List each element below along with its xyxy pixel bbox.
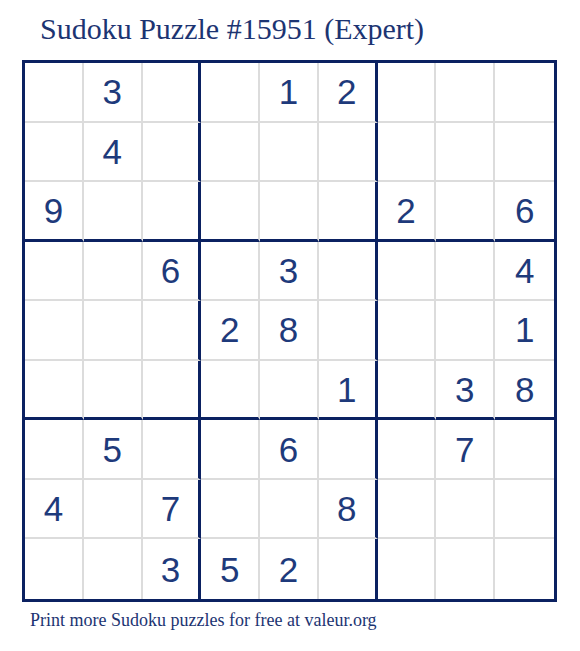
cell-r6c7[interactable]: [378, 361, 437, 421]
cell-r7c9[interactable]: [495, 420, 554, 480]
cell-r8c9[interactable]: [495, 480, 554, 540]
cell-r7c8[interactable]: 7: [436, 420, 495, 480]
cell-r5c7[interactable]: [378, 301, 437, 361]
cell-r8c6[interactable]: 8: [319, 480, 378, 540]
cell-r3c6[interactable]: [319, 182, 378, 242]
cell-r2c8[interactable]: [436, 123, 495, 183]
cell-r5c1[interactable]: [25, 301, 84, 361]
cell-r9c8[interactable]: [436, 539, 495, 599]
cell-r4c6[interactable]: [319, 242, 378, 302]
cell-r6c6[interactable]: 1: [319, 361, 378, 421]
cell-r5c2[interactable]: [84, 301, 143, 361]
cell-r6c1[interactable]: [25, 361, 84, 421]
cell-r8c2[interactable]: [84, 480, 143, 540]
cell-r6c3[interactable]: [143, 361, 202, 421]
cell-r4c9[interactable]: 4: [495, 242, 554, 302]
cell-r3c8[interactable]: [436, 182, 495, 242]
cell-r4c2[interactable]: [84, 242, 143, 302]
cell-r6c9[interactable]: 8: [495, 361, 554, 421]
cell-r4c5[interactable]: 3: [260, 242, 319, 302]
cell-r8c7[interactable]: [378, 480, 437, 540]
cell-r8c1[interactable]: 4: [25, 480, 84, 540]
cell-r3c1[interactable]: 9: [25, 182, 84, 242]
cell-r1c5[interactable]: 1: [260, 63, 319, 123]
cell-r4c1[interactable]: [25, 242, 84, 302]
cell-r5c4[interactable]: 2: [201, 301, 260, 361]
cell-r3c5[interactable]: [260, 182, 319, 242]
cell-r1c8[interactable]: [436, 63, 495, 123]
sudoku-board: 3124926634281138567478352: [22, 60, 557, 602]
cell-r2c7[interactable]: [378, 123, 437, 183]
cell-r6c8[interactable]: 3: [436, 361, 495, 421]
cell-r2c2[interactable]: 4: [84, 123, 143, 183]
cell-r5c9[interactable]: 1: [495, 301, 554, 361]
cell-r9c1[interactable]: [25, 539, 84, 599]
cell-r7c5[interactable]: 6: [260, 420, 319, 480]
cell-r6c5[interactable]: [260, 361, 319, 421]
cell-r3c3[interactable]: [143, 182, 202, 242]
cell-r5c5[interactable]: 8: [260, 301, 319, 361]
cell-r1c7[interactable]: [378, 63, 437, 123]
cell-r6c4[interactable]: [201, 361, 260, 421]
cell-r9c4[interactable]: 5: [201, 539, 260, 599]
cell-r4c8[interactable]: [436, 242, 495, 302]
cell-r7c6[interactable]: [319, 420, 378, 480]
cell-r3c4[interactable]: [201, 182, 260, 242]
cell-r9c9[interactable]: [495, 539, 554, 599]
cell-r2c5[interactable]: [260, 123, 319, 183]
page: Sudoku Puzzle #15951 (Expert) 3124926634…: [0, 0, 580, 651]
cell-r7c3[interactable]: [143, 420, 202, 480]
cell-r1c6[interactable]: 2: [319, 63, 378, 123]
cell-r1c1[interactable]: [25, 63, 84, 123]
cell-r2c6[interactable]: [319, 123, 378, 183]
cell-r9c3[interactable]: 3: [143, 539, 202, 599]
cell-r8c3[interactable]: 7: [143, 480, 202, 540]
cell-r2c3[interactable]: [143, 123, 202, 183]
cell-r1c4[interactable]: [201, 63, 260, 123]
cell-r5c6[interactable]: [319, 301, 378, 361]
cell-r4c7[interactable]: [378, 242, 437, 302]
cell-r5c3[interactable]: [143, 301, 202, 361]
cell-r1c3[interactable]: [143, 63, 202, 123]
cell-r6c2[interactable]: [84, 361, 143, 421]
cell-r7c2[interactable]: 5: [84, 420, 143, 480]
cell-r7c4[interactable]: [201, 420, 260, 480]
cell-r3c7[interactable]: 2: [378, 182, 437, 242]
cell-r4c4[interactable]: [201, 242, 260, 302]
footer-text: Print more Sudoku puzzles for free at va…: [30, 610, 377, 631]
cell-r1c9[interactable]: [495, 63, 554, 123]
cell-r1c2[interactable]: 3: [84, 63, 143, 123]
cell-r5c8[interactable]: [436, 301, 495, 361]
cell-r8c5[interactable]: [260, 480, 319, 540]
cell-r7c7[interactable]: [378, 420, 437, 480]
cell-r9c2[interactable]: [84, 539, 143, 599]
cell-r4c3[interactable]: 6: [143, 242, 202, 302]
cell-r8c8[interactable]: [436, 480, 495, 540]
cell-r2c9[interactable]: [495, 123, 554, 183]
cell-r8c4[interactable]: [201, 480, 260, 540]
cell-r3c2[interactable]: [84, 182, 143, 242]
page-title: Sudoku Puzzle #15951 (Expert): [40, 12, 424, 46]
cell-r9c5[interactable]: 2: [260, 539, 319, 599]
cell-r9c6[interactable]: [319, 539, 378, 599]
cell-r2c1[interactable]: [25, 123, 84, 183]
cell-r2c4[interactable]: [201, 123, 260, 183]
cell-r7c1[interactable]: [25, 420, 84, 480]
cell-r9c7[interactable]: [378, 539, 437, 599]
cell-r3c9[interactable]: 6: [495, 182, 554, 242]
